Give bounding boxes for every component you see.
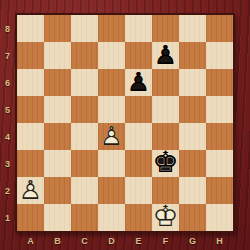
rank-label-1: 1 — [0, 204, 15, 231]
square-a4[interactable] — [17, 123, 44, 150]
black-king[interactable]: ♚♔ — [152, 150, 179, 177]
square-a8[interactable] — [17, 15, 44, 42]
square-g4[interactable] — [179, 123, 206, 150]
square-h7[interactable] — [206, 42, 233, 69]
square-b3[interactable] — [44, 150, 71, 177]
square-g8[interactable] — [179, 15, 206, 42]
square-b4[interactable] — [44, 123, 71, 150]
square-h8[interactable] — [206, 15, 233, 42]
square-h5[interactable] — [206, 96, 233, 123]
square-c8[interactable] — [71, 15, 98, 42]
square-c2[interactable] — [71, 177, 98, 204]
square-c5[interactable] — [71, 96, 98, 123]
square-d7[interactable] — [98, 42, 125, 69]
square-a6[interactable] — [17, 69, 44, 96]
piece-outline-glyph: ♔ — [153, 202, 179, 231]
square-b2[interactable] — [44, 177, 71, 204]
square-b1[interactable] — [44, 204, 71, 231]
square-h6[interactable] — [206, 69, 233, 96]
square-e8[interactable] — [125, 15, 152, 42]
square-f7[interactable]: ♟♙ — [152, 42, 179, 69]
square-h4[interactable] — [206, 123, 233, 150]
white-pawn[interactable]: ♟♙ — [17, 177, 44, 204]
square-f3[interactable]: ♚♔ — [152, 150, 179, 177]
square-a5[interactable] — [17, 96, 44, 123]
square-e5[interactable] — [125, 96, 152, 123]
piece-outline-glyph: ♙ — [100, 122, 123, 148]
square-b6[interactable] — [44, 69, 71, 96]
square-a2[interactable]: ♟♙ — [17, 177, 44, 204]
square-d4[interactable]: ♟♙ — [98, 123, 125, 150]
square-f1[interactable]: ♚♔ — [152, 204, 179, 231]
file-label-f: F — [152, 233, 179, 249]
square-g5[interactable] — [179, 96, 206, 123]
square-a1[interactable] — [17, 204, 44, 231]
file-label-d: D — [98, 233, 125, 249]
white-pawn[interactable]: ♟♙ — [98, 123, 125, 150]
white-king[interactable]: ♚♔ — [152, 204, 179, 231]
square-f8[interactable] — [152, 15, 179, 42]
square-e7[interactable] — [125, 42, 152, 69]
square-e1[interactable] — [125, 204, 152, 231]
rank-label-8: 8 — [0, 15, 15, 42]
square-e3[interactable] — [125, 150, 152, 177]
piece-outline-glyph: ♙ — [154, 41, 177, 67]
file-labels: ABCDEFGH — [17, 233, 233, 249]
square-a7[interactable] — [17, 42, 44, 69]
rank-label-6: 6 — [0, 69, 15, 96]
file-label-g: G — [179, 233, 206, 249]
square-g3[interactable] — [179, 150, 206, 177]
rank-label-5: 5 — [0, 96, 15, 123]
square-d3[interactable] — [98, 150, 125, 177]
rank-labels: 87654321 — [0, 15, 15, 231]
file-label-e: E — [125, 233, 152, 249]
square-e4[interactable] — [125, 123, 152, 150]
file-label-a: A — [17, 233, 44, 249]
square-g6[interactable] — [179, 69, 206, 96]
square-b8[interactable] — [44, 15, 71, 42]
rank-label-2: 2 — [0, 177, 15, 204]
square-b5[interactable] — [44, 96, 71, 123]
chess-board: ♟♙♟♙♟♙♚♔♟♙♚♔ — [15, 13, 235, 233]
square-c1[interactable] — [71, 204, 98, 231]
square-d6[interactable] — [98, 69, 125, 96]
file-label-c: C — [71, 233, 98, 249]
square-c6[interactable] — [71, 69, 98, 96]
square-h2[interactable] — [206, 177, 233, 204]
piece-outline-glyph: ♔ — [153, 148, 179, 177]
square-f6[interactable] — [152, 69, 179, 96]
square-f5[interactable] — [152, 96, 179, 123]
square-d2[interactable] — [98, 177, 125, 204]
square-b7[interactable] — [44, 42, 71, 69]
square-e2[interactable] — [125, 177, 152, 204]
black-pawn[interactable]: ♟♙ — [152, 42, 179, 69]
square-a3[interactable] — [17, 150, 44, 177]
square-c4[interactable] — [71, 123, 98, 150]
square-g7[interactable] — [179, 42, 206, 69]
square-e6[interactable]: ♟♙ — [125, 69, 152, 96]
square-h1[interactable] — [206, 204, 233, 231]
square-g1[interactable] — [179, 204, 206, 231]
piece-outline-glyph: ♙ — [19, 176, 42, 202]
file-label-b: B — [44, 233, 71, 249]
square-c3[interactable] — [71, 150, 98, 177]
square-d1[interactable] — [98, 204, 125, 231]
square-c7[interactable] — [71, 42, 98, 69]
rank-label-7: 7 — [0, 42, 15, 69]
square-d8[interactable] — [98, 15, 125, 42]
piece-outline-glyph: ♙ — [127, 68, 150, 94]
rank-label-3: 3 — [0, 150, 15, 177]
rank-label-4: 4 — [0, 123, 15, 150]
square-h3[interactable] — [206, 150, 233, 177]
square-d5[interactable] — [98, 96, 125, 123]
black-pawn[interactable]: ♟♙ — [125, 69, 152, 96]
file-label-h: H — [206, 233, 233, 249]
chess-diagram: 87654321 ABCDEFGH ♟♙♟♙♟♙♚♔♟♙♚♔ — [0, 0, 250, 250]
square-g2[interactable] — [179, 177, 206, 204]
